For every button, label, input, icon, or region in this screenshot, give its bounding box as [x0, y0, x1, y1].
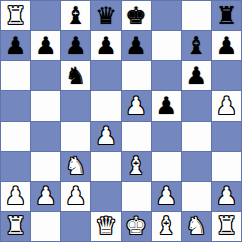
- square-e2[interactable]: [122, 182, 151, 211]
- white-rook[interactable]: ♜: [5, 214, 27, 238]
- square-h8[interactable]: ♜: [212, 1, 241, 30]
- white-bishop[interactable]: ♝: [155, 214, 177, 238]
- square-f7[interactable]: [152, 31, 181, 60]
- square-d3[interactable]: [91, 152, 120, 181]
- square-a1[interactable]: ♜: [1, 212, 30, 241]
- black-bishop[interactable]: ♝: [65, 4, 87, 28]
- square-g6[interactable]: ♟: [182, 61, 211, 90]
- white-king[interactable]: ♚: [125, 214, 147, 238]
- square-h1[interactable]: ♜: [212, 212, 241, 241]
- white-knight[interactable]: ♞: [65, 154, 87, 178]
- square-h6[interactable]: [212, 61, 241, 90]
- square-e1[interactable]: ♚: [122, 212, 151, 241]
- white-pawn[interactable]: ♟: [125, 94, 147, 118]
- square-g1[interactable]: ♞: [182, 212, 211, 241]
- white-pawn[interactable]: ♟: [155, 184, 177, 208]
- square-h5[interactable]: ♟: [212, 91, 241, 120]
- black-knight[interactable]: ♞: [65, 64, 87, 88]
- square-d2[interactable]: [91, 182, 120, 211]
- white-pawn[interactable]: ♟: [216, 184, 238, 208]
- black-pawn[interactable]: ♟: [5, 34, 27, 58]
- square-a2[interactable]: ♟: [1, 182, 30, 211]
- square-a4[interactable]: [1, 122, 30, 151]
- black-pawn[interactable]: ♟: [35, 34, 57, 58]
- square-d6[interactable]: [91, 61, 120, 90]
- square-e4[interactable]: [122, 122, 151, 151]
- white-rook[interactable]: ♜: [5, 4, 27, 28]
- square-d4[interactable]: ♟: [91, 122, 120, 151]
- square-c2[interactable]: ♟: [61, 182, 90, 211]
- square-f8[interactable]: [152, 1, 181, 30]
- square-e8[interactable]: ♚: [122, 1, 151, 30]
- square-c8[interactable]: ♝: [61, 1, 90, 30]
- square-g4[interactable]: [182, 122, 211, 151]
- square-b3[interactable]: [31, 152, 60, 181]
- white-knight[interactable]: ♞: [186, 214, 208, 238]
- square-f1[interactable]: ♝: [152, 212, 181, 241]
- square-c7[interactable]: ♟: [61, 31, 90, 60]
- black-pawn[interactable]: ♟: [95, 34, 117, 58]
- square-d8[interactable]: ♛: [91, 1, 120, 30]
- square-f2[interactable]: ♟: [152, 182, 181, 211]
- white-queen[interactable]: ♛: [95, 214, 117, 238]
- square-b8[interactable]: [31, 1, 60, 30]
- square-f3[interactable]: [152, 152, 181, 181]
- white-bishop[interactable]: ♝: [125, 154, 147, 178]
- square-e6[interactable]: [122, 61, 151, 90]
- square-a3[interactable]: [1, 152, 30, 181]
- square-c4[interactable]: [61, 122, 90, 151]
- square-b2[interactable]: ♟: [31, 182, 60, 211]
- black-pawn[interactable]: ♟: [125, 34, 147, 58]
- square-f4[interactable]: [152, 122, 181, 151]
- black-rook[interactable]: ♜: [216, 4, 238, 28]
- square-d1[interactable]: ♛: [91, 212, 120, 241]
- white-pawn[interactable]: ♟: [5, 184, 27, 208]
- square-e5[interactable]: ♟: [122, 91, 151, 120]
- black-king[interactable]: ♚: [125, 4, 147, 28]
- square-g5[interactable]: [182, 91, 211, 120]
- square-b7[interactable]: ♟: [31, 31, 60, 60]
- square-f6[interactable]: [152, 61, 181, 90]
- white-rook[interactable]: ♜: [216, 214, 238, 238]
- white-pawn[interactable]: ♟: [65, 184, 87, 208]
- white-pawn[interactable]: ♟: [216, 94, 238, 118]
- square-a8[interactable]: ♜: [1, 1, 30, 30]
- white-pawn[interactable]: ♟: [95, 124, 117, 148]
- black-queen[interactable]: ♛: [95, 4, 117, 28]
- white-pawn[interactable]: ♟: [35, 184, 57, 208]
- black-pawn[interactable]: ♟: [186, 64, 208, 88]
- square-b6[interactable]: [31, 61, 60, 90]
- square-h7[interactable]: ♟: [212, 31, 241, 60]
- square-d5[interactable]: [91, 91, 120, 120]
- square-g8[interactable]: [182, 1, 211, 30]
- square-a6[interactable]: [1, 61, 30, 90]
- square-b5[interactable]: [31, 91, 60, 120]
- square-h4[interactable]: [212, 122, 241, 151]
- black-pawn[interactable]: ♟: [216, 34, 238, 58]
- square-h2[interactable]: ♟: [212, 182, 241, 211]
- square-c5[interactable]: [61, 91, 90, 120]
- square-c1[interactable]: [61, 212, 90, 241]
- square-g7[interactable]: ♝: [182, 31, 211, 60]
- chess-board: ♜♝♛♚♜♟♟♟♟♟♝♟♞♟♟♟♟♟♞♝♟♟♟♟♟♜♛♚♝♞♜: [0, 0, 242, 242]
- square-c6[interactable]: ♞: [61, 61, 90, 90]
- square-g2[interactable]: [182, 182, 211, 211]
- black-pawn[interactable]: ♟: [65, 34, 87, 58]
- square-a5[interactable]: [1, 91, 30, 120]
- square-f5[interactable]: ♟: [152, 91, 181, 120]
- square-d7[interactable]: ♟: [91, 31, 120, 60]
- black-pawn[interactable]: ♟: [155, 94, 177, 118]
- black-bishop[interactable]: ♝: [186, 34, 208, 58]
- square-e3[interactable]: ♝: [122, 152, 151, 181]
- square-a7[interactable]: ♟: [1, 31, 30, 60]
- square-c3[interactable]: ♞: [61, 152, 90, 181]
- square-e7[interactable]: ♟: [122, 31, 151, 60]
- square-b4[interactable]: [31, 122, 60, 151]
- square-g3[interactable]: [182, 152, 211, 181]
- square-h3[interactable]: [212, 152, 241, 181]
- square-b1[interactable]: [31, 212, 60, 241]
